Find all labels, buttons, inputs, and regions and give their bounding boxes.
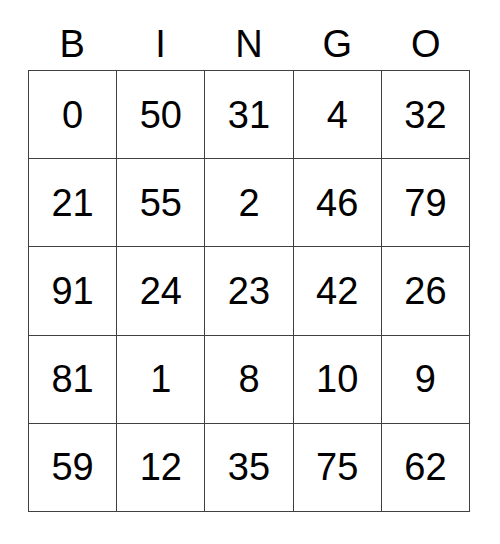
header-letter-g: G (293, 0, 381, 70)
bingo-cell-r1c5[interactable]: 32 (382, 71, 469, 158)
bingo-card: B I N G O 0 50 31 4 32 21 55 2 46 79 91 … (0, 0, 500, 544)
bingo-cell-r4c3[interactable]: 8 (205, 336, 292, 423)
bingo-cell-r2c5[interactable]: 79 (382, 159, 469, 246)
bingo-cell-r2c3[interactable]: 2 (205, 159, 292, 246)
bingo-cell-r2c4[interactable]: 46 (294, 159, 381, 246)
bingo-cell-r4c4[interactable]: 10 (294, 336, 381, 423)
bingo-cell-r1c3[interactable]: 31 (205, 71, 292, 158)
bingo-grid: 0 50 31 4 32 21 55 2 46 79 91 24 23 42 2… (28, 70, 470, 512)
bingo-header: B I N G O (28, 0, 470, 70)
bingo-cell-r3c5[interactable]: 26 (382, 247, 469, 334)
bingo-cell-r5c2[interactable]: 12 (117, 424, 204, 511)
header-letter-o: O (382, 0, 470, 70)
bingo-cell-r3c4[interactable]: 42 (294, 247, 381, 334)
bingo-cell-r5c4[interactable]: 75 (294, 424, 381, 511)
bingo-cell-r2c2[interactable]: 55 (117, 159, 204, 246)
bingo-cell-r4c2[interactable]: 1 (117, 336, 204, 423)
bingo-cell-r5c1[interactable]: 59 (29, 424, 116, 511)
header-letter-b: B (28, 0, 116, 70)
bingo-cell-r4c5[interactable]: 9 (382, 336, 469, 423)
header-letter-n: N (205, 0, 293, 70)
bingo-cell-r3c1[interactable]: 91 (29, 247, 116, 334)
bingo-cell-r1c1[interactable]: 0 (29, 71, 116, 158)
bingo-cell-r2c1[interactable]: 21 (29, 159, 116, 246)
bingo-cell-r4c1[interactable]: 81 (29, 336, 116, 423)
bingo-cell-r3c2[interactable]: 24 (117, 247, 204, 334)
bingo-cell-r3c3[interactable]: 23 (205, 247, 292, 334)
bingo-cell-r1c2[interactable]: 50 (117, 71, 204, 158)
bingo-cell-r5c3[interactable]: 35 (205, 424, 292, 511)
bingo-cell-r5c5[interactable]: 62 (382, 424, 469, 511)
header-letter-i: I (116, 0, 204, 70)
bingo-cell-r1c4[interactable]: 4 (294, 71, 381, 158)
